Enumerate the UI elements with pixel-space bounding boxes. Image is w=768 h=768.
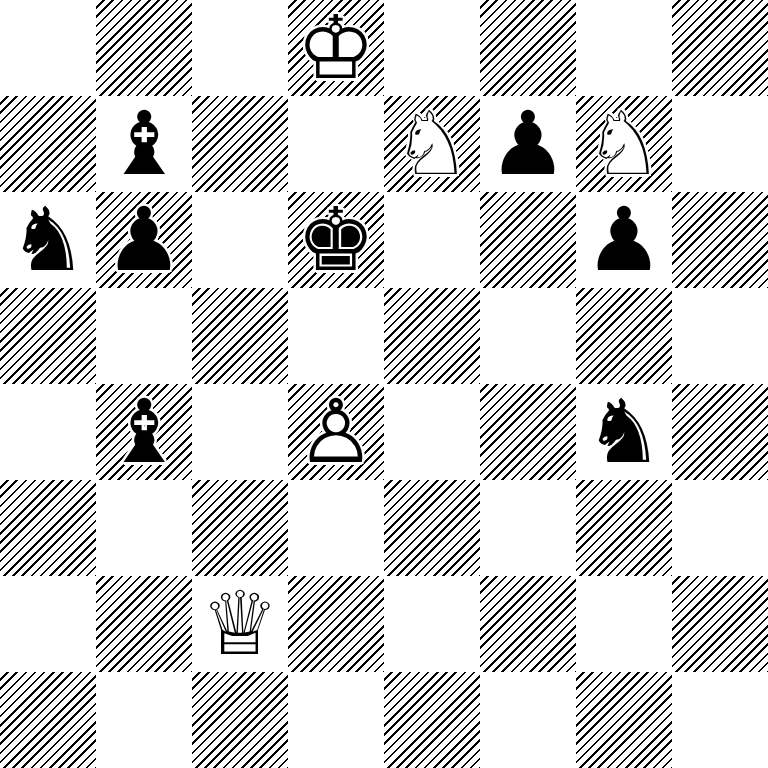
piece-black-pawn[interactable]: ♟: [480, 96, 576, 192]
piece-white-queen[interactable]: ♕: [192, 576, 288, 672]
square-e6[interactable]: [384, 192, 480, 288]
square-b5[interactable]: [96, 288, 192, 384]
square-b8[interactable]: [96, 0, 192, 96]
square-a4[interactable]: [0, 384, 96, 480]
square-g2[interactable]: [576, 576, 672, 672]
square-c4[interactable]: [192, 384, 288, 480]
square-g4[interactable]: ♞♞: [576, 384, 672, 480]
square-d6[interactable]: ♚♚: [288, 192, 384, 288]
square-f5[interactable]: [480, 288, 576, 384]
square-h2[interactable]: [672, 576, 768, 672]
square-e2[interactable]: [384, 576, 480, 672]
square-f3[interactable]: [480, 480, 576, 576]
piece-black-bishop[interactable]: ♝: [96, 384, 192, 480]
square-h4[interactable]: [672, 384, 768, 480]
square-g1[interactable]: [576, 672, 672, 768]
square-e4[interactable]: [384, 384, 480, 480]
square-b3[interactable]: [96, 480, 192, 576]
square-c2[interactable]: ♛♕: [192, 576, 288, 672]
square-e3[interactable]: [384, 480, 480, 576]
chess-board: ♚♔♝♝♞♘♟♟♞♘♞♞♟♟♚♚♟♟♝♝♟♙♞♞♛♕: [0, 0, 768, 768]
piece-white-king[interactable]: ♔: [288, 0, 384, 96]
square-d7[interactable]: [288, 96, 384, 192]
square-f1[interactable]: [480, 672, 576, 768]
piece-black-knight[interactable]: ♞: [576, 384, 672, 480]
square-d3[interactable]: [288, 480, 384, 576]
square-h5[interactable]: [672, 288, 768, 384]
square-d4[interactable]: ♟♙: [288, 384, 384, 480]
square-c1[interactable]: [192, 672, 288, 768]
piece-white-knight[interactable]: ♘: [384, 96, 480, 192]
square-a2[interactable]: [0, 576, 96, 672]
square-g6[interactable]: ♟♟: [576, 192, 672, 288]
square-d8[interactable]: ♚♔: [288, 0, 384, 96]
square-b7[interactable]: ♝♝: [96, 96, 192, 192]
square-g3[interactable]: [576, 480, 672, 576]
square-h6[interactable]: [672, 192, 768, 288]
square-h1[interactable]: [672, 672, 768, 768]
square-f7[interactable]: ♟♟: [480, 96, 576, 192]
square-a3[interactable]: [0, 480, 96, 576]
square-f2[interactable]: [480, 576, 576, 672]
square-e7[interactable]: ♞♘: [384, 96, 480, 192]
square-a6[interactable]: ♞♞: [0, 192, 96, 288]
square-e5[interactable]: [384, 288, 480, 384]
square-c8[interactable]: [192, 0, 288, 96]
square-b4[interactable]: ♝♝: [96, 384, 192, 480]
piece-black-knight[interactable]: ♞: [0, 192, 96, 288]
square-h3[interactable]: [672, 480, 768, 576]
square-g8[interactable]: [576, 0, 672, 96]
square-e8[interactable]: [384, 0, 480, 96]
square-e1[interactable]: [384, 672, 480, 768]
square-a1[interactable]: [0, 672, 96, 768]
piece-black-bishop[interactable]: ♝: [96, 96, 192, 192]
piece-black-king[interactable]: ♚: [288, 192, 384, 288]
piece-black-pawn[interactable]: ♟: [576, 192, 672, 288]
square-f8[interactable]: [480, 0, 576, 96]
square-c6[interactable]: [192, 192, 288, 288]
square-g7[interactable]: ♞♘: [576, 96, 672, 192]
square-h8[interactable]: [672, 0, 768, 96]
square-f6[interactable]: [480, 192, 576, 288]
square-d2[interactable]: [288, 576, 384, 672]
square-b2[interactable]: [96, 576, 192, 672]
square-d1[interactable]: [288, 672, 384, 768]
square-c3[interactable]: [192, 480, 288, 576]
square-b1[interactable]: [96, 672, 192, 768]
square-b6[interactable]: ♟♟: [96, 192, 192, 288]
square-h7[interactable]: [672, 96, 768, 192]
piece-white-knight[interactable]: ♘: [576, 96, 672, 192]
square-g5[interactable]: [576, 288, 672, 384]
square-a5[interactable]: [0, 288, 96, 384]
square-a8[interactable]: [0, 0, 96, 96]
square-c5[interactable]: [192, 288, 288, 384]
square-d5[interactable]: [288, 288, 384, 384]
piece-white-pawn[interactable]: ♙: [288, 384, 384, 480]
square-a7[interactable]: [0, 96, 96, 192]
square-f4[interactable]: [480, 384, 576, 480]
square-c7[interactable]: [192, 96, 288, 192]
piece-black-pawn[interactable]: ♟: [96, 192, 192, 288]
